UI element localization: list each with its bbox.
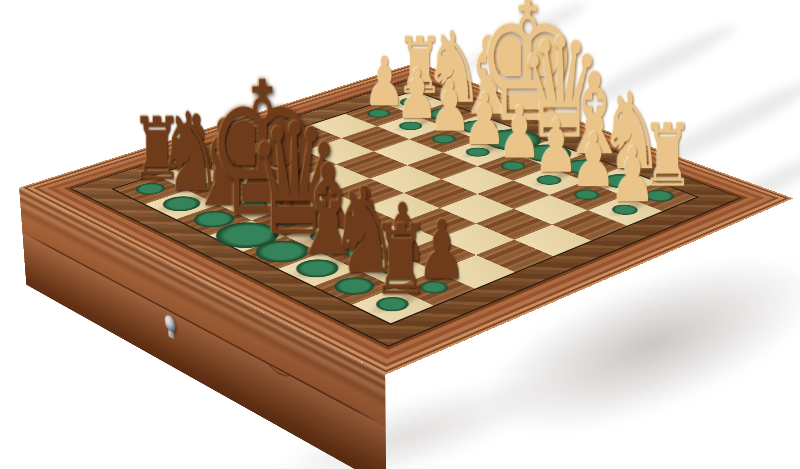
square-a8: ♜ xyxy=(352,287,434,323)
white-pawn: ♟ xyxy=(563,136,702,212)
photo-canvas: ♜♟♟♜♞♟♟♞♝♟♟♝♚♟♟♚♛♟♟♛♝♟♟♝♞♟♟♞♜♟♟♜ xyxy=(0,0,800,469)
black-rook: ♜ xyxy=(325,211,478,308)
drawer-knob xyxy=(164,312,176,334)
scene-3d: ♜♟♟♜♞♟♟♞♝♟♟♝♚♟♟♚♛♟♟♛♝♟♟♝♞♟♟♞♜♟♟♜ xyxy=(0,0,800,469)
drawer-knob-stem xyxy=(168,329,174,339)
drawer-notch xyxy=(268,356,290,380)
chess-case: ♜♟♟♜♞♟♟♞♝♟♟♝♚♟♟♚♛♟♟♛♝♟♟♝♞♟♟♞♜♟♟♜ xyxy=(19,62,793,374)
